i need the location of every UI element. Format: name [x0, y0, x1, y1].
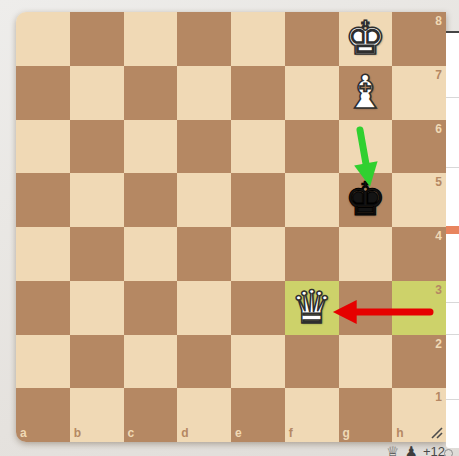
board-resize-handle[interactable] [429, 425, 443, 439]
square-f3[interactable]: ♛ [285, 281, 339, 335]
square-e2[interactable] [231, 335, 285, 389]
square-d2[interactable] [177, 335, 231, 389]
white-king[interactable]: ♚ [345, 12, 386, 64]
side-panel-divider [446, 97, 459, 98]
square-d8[interactable] [177, 12, 231, 66]
square-g1[interactable]: g [339, 388, 393, 442]
square-e6[interactable] [231, 120, 285, 174]
page: { "game": "chess", "position": "6K1/6B1/… [0, 0, 459, 456]
square-e1[interactable]: e [231, 388, 285, 442]
rank-label-6: 6 [435, 123, 442, 135]
square-c3[interactable] [124, 281, 178, 335]
square-d5[interactable] [177, 173, 231, 227]
square-f5[interactable] [285, 173, 339, 227]
square-g5[interactable]: ♚ [339, 173, 393, 227]
square-g8[interactable]: ♚ [339, 12, 393, 66]
white-bishop[interactable]: ♝ [345, 66, 386, 118]
queen-icon: ♕ [386, 444, 399, 456]
square-a5[interactable] [16, 173, 70, 227]
square-c8[interactable] [124, 12, 178, 66]
square-f7[interactable] [285, 66, 339, 120]
square-a2[interactable] [16, 335, 70, 389]
rank-label-5: 5 [435, 176, 442, 188]
square-e7[interactable] [231, 66, 285, 120]
side-panel-selected-row[interactable] [446, 226, 459, 234]
square-e3[interactable] [231, 281, 285, 335]
square-h8[interactable]: 8 [392, 12, 446, 66]
square-d3[interactable] [177, 281, 231, 335]
square-g3[interactable] [339, 281, 393, 335]
rank-label-3: 3 [435, 284, 442, 296]
file-label-a: a [20, 427, 27, 439]
square-b8[interactable] [70, 12, 124, 66]
square-d1[interactable]: d [177, 388, 231, 442]
square-h2[interactable]: 2 [392, 335, 446, 389]
square-h4[interactable]: 4 [392, 227, 446, 281]
square-a3[interactable] [16, 281, 70, 335]
rank-label-7: 7 [435, 69, 442, 81]
square-b5[interactable] [70, 173, 124, 227]
square-g6[interactable] [339, 120, 393, 174]
square-d7[interactable] [177, 66, 231, 120]
square-d4[interactable] [177, 227, 231, 281]
square-f4[interactable] [285, 227, 339, 281]
file-label-g: g [343, 427, 350, 439]
material-score: +12 [423, 444, 445, 456]
file-label-f: f [289, 427, 293, 439]
chess-board[interactable]: ♚8♝76♚54♛32abcdefg1h [16, 12, 446, 442]
rank-label-8: 8 [435, 15, 442, 27]
square-g7[interactable]: ♝ [339, 66, 393, 120]
square-c4[interactable] [124, 227, 178, 281]
board-container: ♚8♝76♚54♛32abcdefg1h [16, 12, 446, 442]
square-g4[interactable] [339, 227, 393, 281]
white-queen[interactable]: ♛ [291, 281, 332, 333]
square-f8[interactable] [285, 12, 339, 66]
square-f6[interactable] [285, 120, 339, 174]
rank-label-2: 2 [435, 338, 442, 350]
square-d6[interactable] [177, 120, 231, 174]
square-b7[interactable] [70, 66, 124, 120]
side-panel-divider [446, 167, 459, 168]
square-h3[interactable]: 3 [392, 281, 446, 335]
square-a1[interactable]: a [16, 388, 70, 442]
rank-label-1: 1 [435, 391, 442, 403]
file-label-h: h [396, 427, 403, 439]
side-panel-divider [446, 399, 459, 400]
file-label-b: b [74, 427, 81, 439]
side-panel[interactable] [446, 31, 459, 448]
square-h6[interactable]: 6 [392, 120, 446, 174]
side-panel-divider [446, 334, 459, 335]
square-h5[interactable]: 5 [392, 173, 446, 227]
square-c5[interactable] [124, 173, 178, 227]
square-e8[interactable] [231, 12, 285, 66]
square-c6[interactable] [124, 120, 178, 174]
square-f2[interactable] [285, 335, 339, 389]
square-a6[interactable] [16, 120, 70, 174]
square-e4[interactable] [231, 227, 285, 281]
square-a8[interactable] [16, 12, 70, 66]
square-a4[interactable] [16, 227, 70, 281]
material-advantage: ♕ ♟ +12 [0, 442, 459, 456]
rank-label-4: 4 [435, 230, 442, 242]
file-label-c: c [128, 427, 135, 439]
square-h7[interactable]: 7 [392, 66, 446, 120]
square-b4[interactable] [70, 227, 124, 281]
square-f1[interactable]: f [285, 388, 339, 442]
square-b1[interactable]: b [70, 388, 124, 442]
side-panel-divider [446, 302, 459, 303]
file-label-e: e [235, 427, 242, 439]
file-label-d: d [181, 427, 188, 439]
square-c2[interactable] [124, 335, 178, 389]
square-g2[interactable] [339, 335, 393, 389]
square-c7[interactable] [124, 66, 178, 120]
square-e5[interactable] [231, 173, 285, 227]
square-a7[interactable] [16, 66, 70, 120]
square-b2[interactable] [70, 335, 124, 389]
square-b3[interactable] [70, 281, 124, 335]
square-b6[interactable] [70, 120, 124, 174]
black-king[interactable]: ♚ [345, 173, 386, 225]
square-c1[interactable]: c [124, 388, 178, 442]
pawn-icon: ♟ [404, 444, 417, 456]
